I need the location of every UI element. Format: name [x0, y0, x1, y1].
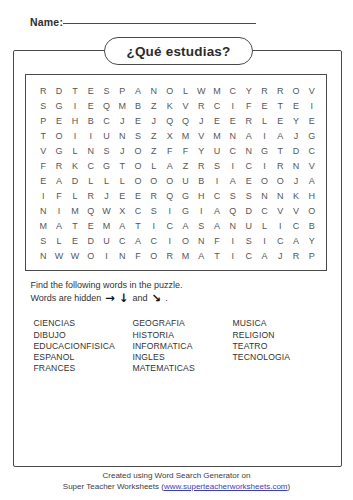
grid-cell-r1c12: M	[209, 83, 225, 98]
grid-cell-r4c4: I	[83, 128, 99, 143]
grid-cell-r12c1: N	[35, 248, 51, 263]
word-item: INGLES	[132, 352, 232, 363]
grid-cell-r9c12: A	[209, 203, 225, 218]
grid-cell-r3c1: P	[35, 113, 51, 128]
grid-cell-r7c11: B	[193, 173, 209, 188]
grid-cell-r7c18: A	[304, 173, 320, 188]
grid-cell-r12c8: O	[146, 248, 162, 263]
grid-cell-r4c17: J	[288, 128, 304, 143]
arrow-down-right-icon: ↘	[152, 293, 162, 304]
grid-cell-r8c1: I	[35, 188, 51, 203]
footer-line2-suffix: )	[288, 482, 291, 491]
grid-cell-r6c17: N	[288, 158, 304, 173]
word-item: GEOGRAFIA	[132, 318, 232, 329]
grid-cell-r5c18: C	[304, 143, 320, 158]
grid-cell-r6c18: V	[304, 158, 320, 173]
grid-cell-r3c14: R	[241, 113, 257, 128]
grid-cell-r5c9: F	[162, 143, 178, 158]
word-item: INFORMATICA	[132, 341, 232, 352]
grid-cell-r9c18: O	[304, 203, 320, 218]
grid-cell-r5c5: S	[99, 143, 115, 158]
grid-cell-r3c11: J	[193, 113, 209, 128]
grid-cell-r6c12: S	[209, 158, 225, 173]
grid-cell-r4c10: M	[178, 128, 194, 143]
word-item: EDUCACIONFISICA	[33, 341, 132, 352]
grid-cell-r7c5: L	[99, 173, 115, 188]
worksheet-page: Name: ¿Qué estudias? RDTESPANOLWMCYRROVS…	[0, 0, 353, 500]
footer-line2-prefix: Super Teacher Worksheets (	[63, 482, 164, 491]
grid-cell-r4c9: X	[162, 128, 178, 143]
arrow-right-icon: →	[105, 293, 115, 304]
name-blank-line	[63, 23, 256, 24]
grid-cell-r8c15: N	[257, 188, 273, 203]
grid-cell-r4c12: M	[209, 128, 225, 143]
grid-cell-r11c11: N	[193, 233, 209, 248]
grid-cell-r2c1: S	[35, 98, 51, 113]
word-search-grid: RDTESPANOLWMCYRROVSGIEQMBZKVRCIFETEIPEHB…	[35, 83, 319, 263]
grid-cell-r1c15: R	[257, 83, 273, 98]
grid-cell-r1c4: E	[83, 83, 99, 98]
grid-cell-r3c18: E	[304, 113, 320, 128]
grid-cell-r8c9: Q	[162, 188, 178, 203]
name-row: Name:	[30, 12, 260, 26]
grid-cell-r9c8: S	[146, 203, 162, 218]
grid-cell-r7c15: O	[257, 173, 273, 188]
grid-cell-r2c9: K	[162, 98, 178, 113]
grid-cell-r11c14: S	[241, 233, 257, 248]
grid-cell-r5c2: G	[51, 143, 67, 158]
word-list-column-3: MUSICARELIGIONTEATROTECNOLOGIA	[232, 318, 322, 374]
grid-cell-r4c14: A	[241, 128, 257, 143]
grid-cell-r5c13: C	[225, 143, 241, 158]
grid-cell-r9c7: C	[130, 203, 146, 218]
grid-cell-r10c1: M	[35, 218, 51, 233]
grid-cell-r10c17: C	[288, 218, 304, 233]
word-item: MATEMATICAS	[132, 363, 232, 374]
grid-cell-r7c9: O	[162, 173, 178, 188]
website-link[interactable]: www.superteacherworksheets.com	[164, 482, 288, 491]
grid-cell-r7c12: I	[209, 173, 225, 188]
grid-cell-r11c18: Y	[304, 233, 320, 248]
grid-cell-r4c3: I	[67, 128, 83, 143]
grid-cell-r10c2: A	[51, 218, 67, 233]
grid-cell-r2c6: M	[114, 98, 130, 113]
grid-cell-r1c17: O	[288, 83, 304, 98]
grid-cell-r11c10: O	[178, 233, 194, 248]
grid-cell-r2c8: Z	[146, 98, 162, 113]
grid-cell-r6c14: C	[241, 158, 257, 173]
grid-cell-r2c17: E	[288, 98, 304, 113]
grid-cell-r9c5: W	[99, 203, 115, 218]
grid-cell-r5c8: Z	[146, 143, 162, 158]
grid-cell-r6c1: F	[35, 158, 51, 173]
grid-cell-r8c11: H	[193, 188, 209, 203]
instructions-period: .	[165, 292, 168, 304]
grid-cell-r6c2: R	[51, 158, 67, 173]
grid-cell-r5c17: D	[288, 143, 304, 158]
grid-cell-r12c16: J	[272, 248, 288, 263]
grid-cell-r1c7: A	[130, 83, 146, 98]
grid-cell-r4c16: A	[272, 128, 288, 143]
grid-cell-r10c4: E	[83, 218, 99, 233]
grid-cell-r7c3: D	[67, 173, 83, 188]
grid-cell-r1c14: Y	[241, 83, 257, 98]
grid-cell-r6c6: T	[114, 158, 130, 173]
grid-cell-r8c7: E	[130, 188, 146, 203]
grid-cell-r1c1: R	[35, 83, 51, 98]
grid-cell-r3c12: E	[209, 113, 225, 128]
word-item: DIBUJO	[33, 330, 132, 341]
grid-cell-r8c2: F	[51, 188, 67, 203]
grid-cell-r5c4: N	[83, 143, 99, 158]
grid-cell-r8c18: H	[304, 188, 320, 203]
grid-cell-r9c4: Q	[83, 203, 99, 218]
grid-cell-r6c11: R	[193, 158, 209, 173]
grid-cell-r9c10: G	[178, 203, 194, 218]
grid-cell-r3c16: E	[272, 113, 288, 128]
footer-credit: Created using Word Search Generator on S…	[0, 471, 353, 492]
grid-cell-r2c13: I	[225, 98, 241, 113]
title-pill: ¿Qué estudias?	[104, 37, 253, 65]
grid-cell-r10c5: M	[99, 218, 115, 233]
grid-cell-r2c12: C	[209, 98, 225, 113]
grid-cell-r5c7: O	[130, 143, 146, 158]
grid-cell-r11c5: U	[99, 233, 115, 248]
grid-cell-r2c7: B	[130, 98, 146, 113]
grid-cell-r4c2: O	[51, 128, 67, 143]
grid-cell-r9c16: V	[272, 203, 288, 218]
grid-cell-r10c6: A	[114, 218, 130, 233]
grid-cell-r6c3: K	[67, 158, 83, 173]
grid-cell-r7c17: J	[288, 173, 304, 188]
grid-cell-r4c1: T	[35, 128, 51, 143]
grid-cell-r3c15: L	[257, 113, 273, 128]
grid-cell-r3c2: E	[51, 113, 67, 128]
instructions-line2: Words are hidden → ↓ and ↘ .	[30, 292, 182, 304]
grid-cell-r11c4: D	[83, 233, 99, 248]
grid-cell-r11c13: I	[225, 233, 241, 248]
grid-cell-r1c16: R	[272, 83, 288, 98]
grid-cell-r11c1: S	[35, 233, 51, 248]
grid-cell-r7c13: A	[225, 173, 241, 188]
grid-cell-r10c15: L	[257, 218, 273, 233]
grid-cell-r12c12: T	[209, 248, 225, 263]
grid-cell-r10c9: C	[162, 218, 178, 233]
grid-cell-r7c7: O	[130, 173, 146, 188]
grid-cell-r12c17: R	[288, 248, 304, 263]
grid-cell-r2c3: I	[67, 98, 83, 113]
grid-cell-r11c3: E	[67, 233, 83, 248]
instructions-line1: Find the following words in the puzzle.	[30, 279, 182, 291]
grid-cell-r3c7: E	[130, 113, 146, 128]
grid-cell-r8c4: R	[83, 188, 99, 203]
word-item: ESPANOL	[33, 352, 132, 363]
grid-cell-r8c16: N	[272, 188, 288, 203]
grid-cell-r9c14: D	[241, 203, 257, 218]
grid-cell-r8c8: R	[146, 188, 162, 203]
grid-cell-r3c9: Q	[162, 113, 178, 128]
grid-cell-r9c17: V	[288, 203, 304, 218]
grid-cell-r12c9: R	[162, 248, 178, 263]
grid-cell-r9c3: M	[67, 203, 83, 218]
grid-cell-r12c15: A	[257, 248, 273, 263]
grid-cell-r3c5: C	[99, 113, 115, 128]
grid-cell-r10c8: I	[146, 218, 162, 233]
grid-cell-r4c18: G	[304, 128, 320, 143]
grid-cell-r8c12: C	[209, 188, 225, 203]
grid-cell-r10c10: A	[178, 218, 194, 233]
grid-cell-r6c5: G	[99, 158, 115, 173]
word-item: HISTORIA	[132, 330, 232, 341]
grid-cell-r10c7: T	[130, 218, 146, 233]
grid-cell-r3c17: Y	[288, 113, 304, 128]
grid-cell-r10c12: A	[209, 218, 225, 233]
grid-cell-r4c7: S	[130, 128, 146, 143]
grid-cell-r1c5: S	[99, 83, 115, 98]
instructions-line2-prefix: Words are hidden	[30, 292, 101, 304]
grid-cell-r2c2: G	[51, 98, 67, 113]
grid-cell-r8c17: K	[288, 188, 304, 203]
grid-cell-r4c6: N	[114, 128, 130, 143]
word-item: MUSICA	[232, 318, 322, 329]
puzzle-grid-box: RDTESPANOLWMCYRROVSGIEQMBZKVRCIFETEIPEHB…	[25, 74, 327, 271]
grid-cell-r12c3: W	[67, 248, 83, 263]
grid-cell-r5c3: L	[67, 143, 83, 158]
grid-cell-r2c5: Q	[99, 98, 115, 113]
grid-cell-r4c11: V	[193, 128, 209, 143]
word-list: CIENCIASDIBUJOEDUCACIONFISICAESPANOLFRAN…	[33, 318, 322, 374]
grid-cell-r5c6: J	[114, 143, 130, 158]
grid-cell-r12c18: P	[304, 248, 320, 263]
grid-cell-r1c11: W	[193, 83, 209, 98]
instructions-and-text: and	[133, 292, 148, 304]
grid-cell-r8c5: J	[99, 188, 115, 203]
footer-line2: Super Teacher Worksheets (www.superteach…	[0, 482, 353, 493]
grid-cell-r5c1: V	[35, 143, 51, 158]
grid-cell-r2c10: V	[178, 98, 194, 113]
grid-cell-r1c9: O	[162, 83, 178, 98]
grid-cell-r5c14: N	[241, 143, 257, 158]
grid-cell-r8c14: S	[241, 188, 257, 203]
grid-cell-r9c9: I	[162, 203, 178, 218]
grid-cell-r12c14: C	[241, 248, 257, 263]
grid-cell-r6c7: O	[130, 158, 146, 173]
grid-cell-r8c10: G	[178, 188, 194, 203]
grid-cell-r12c11: A	[193, 248, 209, 263]
footer-line1: Created using Word Search Generator on	[0, 471, 353, 482]
grid-cell-r3c6: J	[114, 113, 130, 128]
word-list-column-2: GEOGRAFIAHISTORIAINFORMATICAINGLESMATEMA…	[132, 318, 232, 374]
grid-cell-r7c2: A	[51, 173, 67, 188]
grid-cell-r7c10: U	[178, 173, 194, 188]
grid-cell-r11c7: A	[130, 233, 146, 248]
grid-cell-r7c8: O	[146, 173, 162, 188]
word-item: TEATRO	[232, 341, 322, 352]
grid-cell-r5c16: T	[272, 143, 288, 158]
grid-cell-r10c16: I	[272, 218, 288, 233]
grid-cell-r1c8: N	[146, 83, 162, 98]
grid-cell-r2c11: R	[193, 98, 209, 113]
grid-cell-r2c14: F	[241, 98, 257, 113]
grid-cell-r10c18: B	[304, 218, 320, 233]
grid-cell-r4c15: I	[257, 128, 273, 143]
grid-cell-r1c18: V	[304, 83, 320, 98]
grid-cell-r9c2: I	[51, 203, 67, 218]
grid-cell-r6c4: C	[83, 158, 99, 173]
grid-cell-r9c11: I	[193, 203, 209, 218]
grid-cell-r12c10: M	[178, 248, 194, 263]
grid-cell-r9c13: Q	[225, 203, 241, 218]
instructions: Find the following words in the puzzle. …	[30, 279, 182, 304]
grid-cell-r2c18: I	[304, 98, 320, 113]
grid-cell-r12c7: F	[130, 248, 146, 263]
grid-cell-r7c16: O	[272, 173, 288, 188]
grid-cell-r11c8: C	[146, 233, 162, 248]
grid-cell-r11c6: C	[114, 233, 130, 248]
grid-cell-r3c13: E	[225, 113, 241, 128]
grid-cell-r5c10: F	[178, 143, 194, 158]
grid-cell-r8c3: L	[67, 188, 83, 203]
grid-cell-r8c13: S	[225, 188, 241, 203]
grid-cell-r4c13: N	[225, 128, 241, 143]
word-item: RELIGION	[232, 330, 322, 341]
grid-cell-r3c10: Q	[178, 113, 194, 128]
grid-cell-r2c16: T	[272, 98, 288, 113]
grid-cell-r7c4: L	[83, 173, 99, 188]
grid-cell-r12c13: I	[225, 248, 241, 263]
grid-cell-r11c15: I	[257, 233, 273, 248]
grid-cell-r10c3: T	[67, 218, 83, 233]
grid-cell-r5c15: G	[257, 143, 273, 158]
grid-cell-r12c6: N	[114, 248, 130, 263]
arrow-down-icon: ↓	[119, 293, 129, 304]
word-item: CIENCIAS	[33, 318, 132, 329]
grid-cell-r9c6: X	[114, 203, 130, 218]
grid-cell-r10c13: N	[225, 218, 241, 233]
grid-cell-r12c5: I	[99, 248, 115, 263]
page-title: ¿Qué estudias?	[126, 44, 230, 59]
grid-cell-r2c4: E	[83, 98, 99, 113]
grid-cell-r6c13: I	[225, 158, 241, 173]
name-label: Name:	[30, 16, 63, 28]
grid-cell-r7c6: L	[114, 173, 130, 188]
grid-cell-r8c6: E	[114, 188, 130, 203]
grid-cell-r1c10: L	[178, 83, 194, 98]
word-item: TECNOLOGIA	[232, 352, 322, 363]
grid-cell-r3c3: H	[67, 113, 83, 128]
grid-cell-r11c16: C	[272, 233, 288, 248]
grid-cell-r5c12: U	[209, 143, 225, 158]
grid-cell-r5c11: Y	[193, 143, 209, 158]
grid-cell-r10c14: U	[241, 218, 257, 233]
grid-cell-r4c8: Z	[146, 128, 162, 143]
grid-cell-r6c15: I	[257, 158, 273, 173]
grid-cell-r1c13: C	[225, 83, 241, 98]
grid-cell-r9c15: C	[257, 203, 273, 218]
grid-cell-r11c17: A	[288, 233, 304, 248]
grid-cell-r1c6: P	[114, 83, 130, 98]
outer-frame: RDTESPANOLWMCYRROVSGIEQMBZKVRCIFETEIPEHB…	[13, 50, 342, 467]
grid-cell-r11c9: I	[162, 233, 178, 248]
grid-cell-r1c3: T	[67, 83, 83, 98]
grid-cell-r1c2: D	[51, 83, 67, 98]
grid-cell-r6c9: A	[162, 158, 178, 173]
grid-cell-r4c5: U	[99, 128, 115, 143]
grid-cell-r12c4: O	[83, 248, 99, 263]
grid-cell-r6c10: Z	[178, 158, 194, 173]
grid-cell-r11c12: F	[209, 233, 225, 248]
grid-cell-r2c15: E	[257, 98, 273, 113]
grid-cell-r3c4: B	[83, 113, 99, 128]
grid-cell-r12c2: W	[51, 248, 67, 263]
grid-cell-r3c8: J	[146, 113, 162, 128]
grid-cell-r11c2: L	[51, 233, 67, 248]
grid-cell-r7c14: E	[241, 173, 257, 188]
grid-cell-r6c16: R	[272, 158, 288, 173]
grid-cell-r6c8: L	[146, 158, 162, 173]
grid-cell-r9c1: N	[35, 203, 51, 218]
grid-cell-r7c1: E	[35, 173, 51, 188]
word-item: FRANCES	[33, 363, 132, 374]
word-list-column-1: CIENCIASDIBUJOEDUCACIONFISICAESPANOLFRAN…	[33, 318, 132, 374]
grid-cell-r10c11: S	[193, 218, 209, 233]
